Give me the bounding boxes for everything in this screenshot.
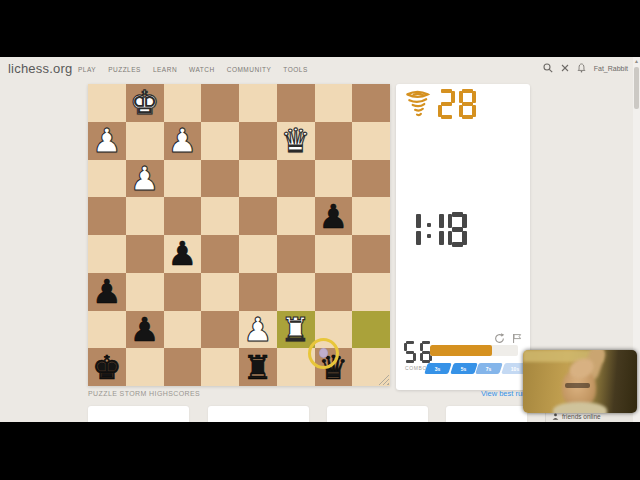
square-a3[interactable]: ♟ <box>88 273 126 311</box>
highscore-card-4 <box>446 406 527 422</box>
square-a4[interactable] <box>88 235 126 273</box>
white-pawn-a7[interactable]: ♟ <box>92 124 122 157</box>
combo-progress-bar <box>430 345 518 356</box>
square-f8[interactable] <box>277 84 315 122</box>
square-b2[interactable]: ♟ <box>126 311 164 349</box>
square-f7[interactable]: ♛ <box>277 122 315 160</box>
square-g1[interactable]: ♛ <box>315 348 353 386</box>
scrollbar-thumb[interactable] <box>634 67 639 109</box>
square-a6[interactable] <box>88 160 126 198</box>
white-pawn-e2[interactable]: ♟ <box>243 313 273 346</box>
square-f2[interactable]: ♜ <box>277 311 315 349</box>
square-e1[interactable]: ♜ <box>239 348 277 386</box>
square-e3[interactable] <box>239 273 277 311</box>
square-d1[interactable] <box>201 348 239 386</box>
storm-score <box>438 89 476 119</box>
square-a1[interactable]: ♚ <box>88 348 126 386</box>
square-d2[interactable] <box>201 311 239 349</box>
square-b3[interactable] <box>126 273 164 311</box>
square-c6[interactable] <box>164 160 202 198</box>
resize-handle[interactable] <box>378 374 389 385</box>
multiplier-5s: 5s <box>450 363 477 374</box>
black-king-a1[interactable]: ♚ <box>92 351 122 384</box>
black-pawn-c4[interactable]: ♟ <box>168 237 198 270</box>
scroll-up-icon[interactable]: ▲ <box>633 58 640 64</box>
square-e4[interactable] <box>239 235 277 273</box>
highscore-card-1 <box>88 406 189 422</box>
square-a7[interactable]: ♟ <box>88 122 126 160</box>
storm-score-row <box>404 89 476 119</box>
square-d8[interactable] <box>201 84 239 122</box>
square-c5[interactable] <box>164 197 202 235</box>
highscore-card-3 <box>327 406 428 422</box>
square-f5[interactable] <box>277 197 315 235</box>
square-d3[interactable] <box>201 273 239 311</box>
square-b8[interactable]: ♚ <box>126 84 164 122</box>
flag-icon[interactable] <box>512 333 522 344</box>
square-f3[interactable] <box>277 273 315 311</box>
black-pawn-g5[interactable]: ♟ <box>319 200 349 233</box>
nav-item-tools[interactable]: TOOLS <box>283 66 307 73</box>
square-a5[interactable] <box>88 197 126 235</box>
square-c7[interactable]: ♟ <box>164 122 202 160</box>
square-h3[interactable] <box>352 273 390 311</box>
refresh-icon[interactable] <box>494 333 505 344</box>
chess-board[interactable]: ♚♟♟♛♟♟♟♟♟♟♜♚♜♛ <box>88 84 390 386</box>
square-g7[interactable] <box>315 122 353 160</box>
square-d5[interactable] <box>201 197 239 235</box>
friends-label: friends online <box>562 413 601 420</box>
nav-item-watch[interactable]: WATCH <box>189 66 215 73</box>
square-h6[interactable] <box>352 160 390 198</box>
username[interactable]: Fat_Rabbit <box>594 65 628 72</box>
square-e5[interactable] <box>239 197 277 235</box>
combo-multipliers: 3s5s7s10s <box>426 363 526 374</box>
square-b4[interactable] <box>126 235 164 273</box>
webcam-overlay <box>523 350 637 413</box>
storm-tornado-icon <box>404 90 431 119</box>
storm-clock <box>412 212 467 247</box>
square-e7[interactable] <box>239 122 277 160</box>
square-a2[interactable] <box>88 311 126 349</box>
storm-controls <box>494 333 522 344</box>
square-f4[interactable] <box>277 235 315 273</box>
black-queen-g1[interactable]: ♛ <box>319 351 349 384</box>
white-rook-f2[interactable]: ♜ <box>281 313 311 346</box>
webcam-person-glasses <box>565 383 590 388</box>
white-pawn-b6[interactable]: ♟ <box>130 162 160 195</box>
bell-icon[interactable] <box>577 63 586 73</box>
top-header: lichess.org PLAYPUZZLESLEARNWATCHCOMMUNI… <box>0 57 640 81</box>
multiplier-7s: 7s <box>475 363 502 374</box>
square-g2[interactable] <box>315 311 353 349</box>
square-c8[interactable] <box>164 84 202 122</box>
square-h2[interactable] <box>352 311 390 349</box>
nav-item-community[interactable]: COMMUNITY <box>227 66 272 73</box>
highscores-title: PUZZLE STORM HIGHSCORES <box>88 390 200 397</box>
square-c1[interactable] <box>164 348 202 386</box>
webcam-person-shirt <box>553 402 608 413</box>
black-pawn-b2[interactable]: ♟ <box>130 313 160 346</box>
close-icon[interactable] <box>561 64 569 72</box>
square-d7[interactable] <box>201 122 239 160</box>
search-icon[interactable] <box>543 63 553 73</box>
square-c3[interactable] <box>164 273 202 311</box>
square-b6[interactable]: ♟ <box>126 160 164 198</box>
multiplier-3s: 3s <box>424 363 451 374</box>
square-g6[interactable] <box>315 160 353 198</box>
white-queen-f7[interactable]: ♛ <box>281 124 311 157</box>
square-g5[interactable]: ♟ <box>315 197 353 235</box>
square-g8[interactable] <box>315 84 353 122</box>
black-rook-e1[interactable]: ♜ <box>243 351 273 384</box>
square-h8[interactable] <box>352 84 390 122</box>
combo-count <box>404 341 432 363</box>
white-pawn-c7[interactable]: ♟ <box>168 124 198 157</box>
square-f1[interactable] <box>277 348 315 386</box>
square-g3[interactable] <box>315 273 353 311</box>
square-f6[interactable] <box>277 160 315 198</box>
square-h5[interactable] <box>352 197 390 235</box>
square-e8[interactable] <box>239 84 277 122</box>
square-c2[interactable] <box>164 311 202 349</box>
square-h4[interactable] <box>352 235 390 273</box>
black-pawn-a3[interactable]: ♟ <box>92 275 122 308</box>
white-king-b8[interactable]: ♚ <box>130 86 160 119</box>
lichess-logo[interactable]: lichess.org <box>8 61 72 76</box>
nav-item-puzzles[interactable]: PUZZLES <box>108 66 141 73</box>
square-e2[interactable]: ♟ <box>239 311 277 349</box>
storm-panel: COMBO 3s5s7s10s <box>396 84 530 390</box>
square-h1[interactable] <box>352 348 390 386</box>
main-nav: PLAYPUZZLESLEARNWATCHCOMMUNITYTOOLS <box>78 66 308 73</box>
header-right: Fat_Rabbit <box>543 63 628 73</box>
nav-item-learn[interactable]: LEARN <box>153 66 177 73</box>
square-b1[interactable] <box>126 348 164 386</box>
square-c4[interactable]: ♟ <box>164 235 202 273</box>
square-h7[interactable] <box>352 122 390 160</box>
square-b7[interactable] <box>126 122 164 160</box>
combo-label: COMBO <box>405 365 427 371</box>
combo-progress-fill <box>430 345 492 356</box>
square-d4[interactable] <box>201 235 239 273</box>
square-d6[interactable] <box>201 160 239 198</box>
nav-item-play[interactable]: PLAY <box>78 66 96 73</box>
square-g4[interactable] <box>315 235 353 273</box>
highscore-card-2 <box>208 406 309 422</box>
person-icon <box>552 413 559 420</box>
square-e6[interactable] <box>239 160 277 198</box>
square-b5[interactable] <box>126 197 164 235</box>
square-a8[interactable] <box>88 84 126 122</box>
